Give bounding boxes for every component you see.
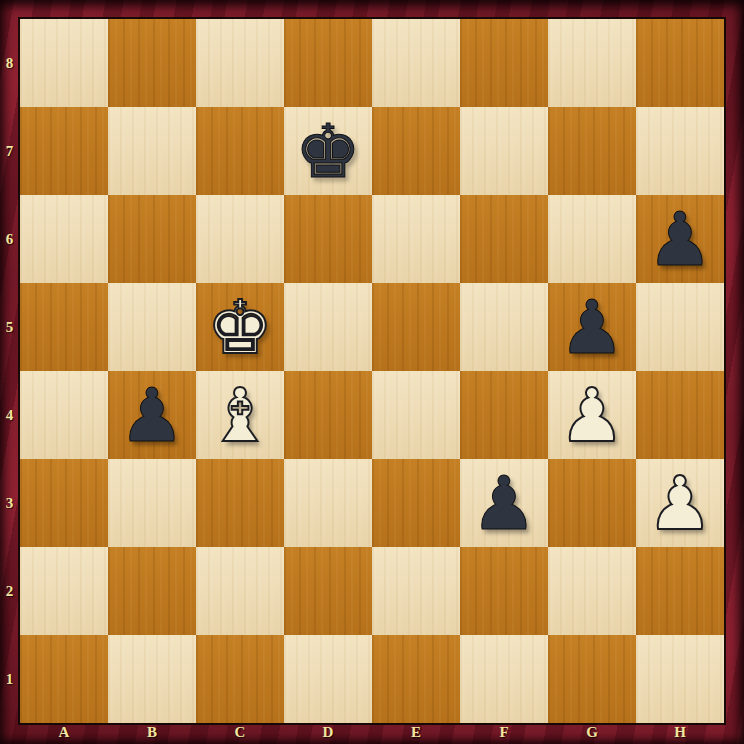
square-b3[interactable] <box>108 459 196 547</box>
square-g4[interactable]: ♟ <box>548 371 636 459</box>
square-d3[interactable] <box>284 459 372 547</box>
square-d4[interactable] <box>284 371 372 459</box>
black-pawn[interactable]: ♟ <box>471 466 537 540</box>
square-c8[interactable] <box>196 19 284 107</box>
square-e5[interactable] <box>372 283 460 371</box>
square-b1[interactable] <box>108 635 196 723</box>
square-a8[interactable] <box>20 19 108 107</box>
chess-board: ♚♟♚♟♟♝♟♟♟ <box>20 19 724 723</box>
file-label-h: H <box>636 723 724 744</box>
square-g2[interactable] <box>548 547 636 635</box>
square-e4[interactable] <box>372 371 460 459</box>
square-a3[interactable] <box>20 459 108 547</box>
square-h2[interactable] <box>636 547 724 635</box>
square-d1[interactable] <box>284 635 372 723</box>
square-g8[interactable] <box>548 19 636 107</box>
square-b8[interactable] <box>108 19 196 107</box>
square-f1[interactable] <box>460 635 548 723</box>
white-king[interactable]: ♚ <box>207 290 273 364</box>
square-f2[interactable] <box>460 547 548 635</box>
square-e7[interactable] <box>372 107 460 195</box>
square-f6[interactable] <box>460 195 548 283</box>
rank-label-3: 3 <box>0 459 19 547</box>
square-c3[interactable] <box>196 459 284 547</box>
square-d7[interactable]: ♚ <box>284 107 372 195</box>
black-pawn[interactable]: ♟ <box>119 378 185 452</box>
black-king[interactable]: ♚ <box>295 114 361 188</box>
square-d6[interactable] <box>284 195 372 283</box>
square-f7[interactable] <box>460 107 548 195</box>
rank-label-8: 8 <box>0 19 19 107</box>
rank-label-5: 5 <box>0 283 19 371</box>
file-label-b: B <box>108 723 196 744</box>
square-a7[interactable] <box>20 107 108 195</box>
white-pawn[interactable]: ♟ <box>559 378 625 452</box>
square-h7[interactable] <box>636 107 724 195</box>
square-d2[interactable] <box>284 547 372 635</box>
black-pawn[interactable]: ♟ <box>647 202 713 276</box>
square-a6[interactable] <box>20 195 108 283</box>
rank-label-4: 4 <box>0 371 19 459</box>
square-f4[interactable] <box>460 371 548 459</box>
file-label-g: G <box>548 723 636 744</box>
file-label-d: D <box>284 723 372 744</box>
square-e8[interactable] <box>372 19 460 107</box>
square-f8[interactable] <box>460 19 548 107</box>
square-g5[interactable]: ♟ <box>548 283 636 371</box>
file-label-f: F <box>460 723 548 744</box>
square-c2[interactable] <box>196 547 284 635</box>
square-b6[interactable] <box>108 195 196 283</box>
square-d8[interactable] <box>284 19 372 107</box>
rank-label-6: 6 <box>0 195 19 283</box>
square-b7[interactable] <box>108 107 196 195</box>
square-g3[interactable] <box>548 459 636 547</box>
square-e3[interactable] <box>372 459 460 547</box>
white-bishop[interactable]: ♝ <box>207 378 273 452</box>
square-a2[interactable] <box>20 547 108 635</box>
square-e1[interactable] <box>372 635 460 723</box>
rank-label-1: 1 <box>0 635 19 723</box>
square-a1[interactable] <box>20 635 108 723</box>
file-label-e: E <box>372 723 460 744</box>
square-c6[interactable] <box>196 195 284 283</box>
square-f3[interactable]: ♟ <box>460 459 548 547</box>
square-h6[interactable]: ♟ <box>636 195 724 283</box>
square-f5[interactable] <box>460 283 548 371</box>
square-e2[interactable] <box>372 547 460 635</box>
file-label-c: C <box>196 723 284 744</box>
square-e6[interactable] <box>372 195 460 283</box>
square-h4[interactable] <box>636 371 724 459</box>
square-h1[interactable] <box>636 635 724 723</box>
square-c4[interactable]: ♝ <box>196 371 284 459</box>
square-h8[interactable] <box>636 19 724 107</box>
rank-label-7: 7 <box>0 107 19 195</box>
board-frame: ♚♟♚♟♟♝♟♟♟ 87654321 ABCDEFGH <box>0 0 744 744</box>
square-h3[interactable]: ♟ <box>636 459 724 547</box>
square-a5[interactable] <box>20 283 108 371</box>
white-pawn[interactable]: ♟ <box>647 466 713 540</box>
square-b5[interactable] <box>108 283 196 371</box>
square-g6[interactable] <box>548 195 636 283</box>
square-c5[interactable]: ♚ <box>196 283 284 371</box>
square-b2[interactable] <box>108 547 196 635</box>
square-g1[interactable] <box>548 635 636 723</box>
black-pawn[interactable]: ♟ <box>559 290 625 364</box>
square-c1[interactable] <box>196 635 284 723</box>
square-h5[interactable] <box>636 283 724 371</box>
file-label-a: A <box>20 723 108 744</box>
square-g7[interactable] <box>548 107 636 195</box>
square-b4[interactable]: ♟ <box>108 371 196 459</box>
square-a4[interactable] <box>20 371 108 459</box>
square-d5[interactable] <box>284 283 372 371</box>
square-c7[interactable] <box>196 107 284 195</box>
rank-label-2: 2 <box>0 547 19 635</box>
